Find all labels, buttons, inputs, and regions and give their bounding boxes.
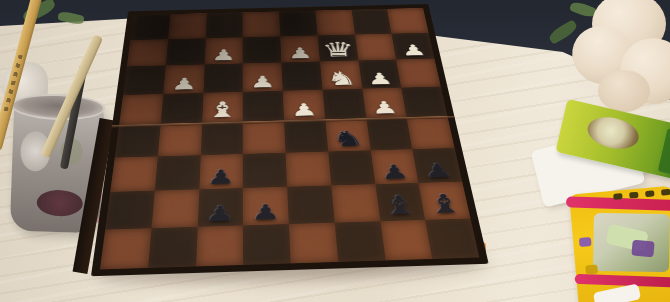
square-c7[interactable] xyxy=(331,184,380,222)
square-a7[interactable]: ♝ xyxy=(419,182,471,220)
square-d6[interactable] xyxy=(286,151,332,187)
square-h2[interactable] xyxy=(127,39,168,66)
piece-white-pawn-d2[interactable]: ♟ xyxy=(287,45,312,60)
square-e7[interactable]: ♟ xyxy=(243,187,289,225)
square-d8[interactable] xyxy=(289,222,338,263)
piece-black-pawn-b6[interactable]: ♟ xyxy=(380,162,411,182)
square-a3[interactable] xyxy=(396,59,440,88)
piece-white-bishop-f4[interactable]: ♝ xyxy=(206,99,238,121)
square-b5[interactable] xyxy=(366,117,413,150)
square-h4[interactable] xyxy=(119,94,163,125)
square-d3[interactable] xyxy=(281,61,322,90)
square-f6[interactable]: ♟ xyxy=(199,154,243,190)
piece-black-pawn-e7[interactable]: ♟ xyxy=(251,201,280,223)
square-d7[interactable] xyxy=(287,185,334,223)
cloth-fold xyxy=(598,70,650,112)
square-c2[interactable]: ♛ xyxy=(317,34,358,61)
square-b2[interactable] xyxy=(355,33,397,60)
square-b4[interactable]: ♟ xyxy=(362,87,407,118)
square-h1[interactable] xyxy=(130,14,170,40)
square-c4[interactable] xyxy=(322,88,366,119)
square-a5[interactable] xyxy=(407,116,455,149)
square-g8[interactable] xyxy=(148,226,197,268)
square-f1[interactable] xyxy=(205,12,242,38)
square-c1[interactable] xyxy=(315,10,354,36)
square-g4[interactable] xyxy=(161,93,204,124)
piece-black-bishop-b7[interactable]: ♝ xyxy=(381,192,420,219)
piece-black-pawn-f6[interactable]: ♟ xyxy=(207,167,235,187)
square-b8[interactable] xyxy=(380,219,432,260)
square-h7[interactable] xyxy=(105,191,154,230)
square-d5[interactable] xyxy=(284,119,328,152)
piece-white-queen-c2[interactable]: ♛ xyxy=(320,39,355,60)
piece-white-pawn-f2[interactable]: ♟ xyxy=(211,47,236,63)
square-a8[interactable] xyxy=(425,218,479,259)
basket-hole xyxy=(585,265,598,275)
square-b7[interactable]: ♝ xyxy=(375,183,425,221)
piece-black-knight-c5[interactable]: ♞ xyxy=(331,127,365,149)
square-c6[interactable] xyxy=(328,150,375,185)
square-g6[interactable] xyxy=(155,155,201,191)
box-artwork xyxy=(584,113,641,154)
square-d2[interactable]: ♟ xyxy=(280,35,320,62)
piece-white-pawn-g3[interactable]: ♟ xyxy=(171,75,197,92)
piece-white-knight-c3[interactable]: ♞ xyxy=(325,68,356,87)
square-f3[interactable] xyxy=(203,63,243,92)
square-e5[interactable] xyxy=(243,120,286,153)
chessboard-grid: ♟♟♛♟♟♟♞♟♝♟♟♞♟♟♟♟♟♝♝ xyxy=(100,8,479,270)
square-e1[interactable] xyxy=(243,11,280,37)
square-e6[interactable] xyxy=(243,152,287,188)
square-a2[interactable]: ♟ xyxy=(392,32,435,59)
piece-white-pawn-a2[interactable]: ♟ xyxy=(400,42,427,57)
square-c8[interactable] xyxy=(334,221,385,262)
square-h3[interactable] xyxy=(123,65,166,94)
box-stripe xyxy=(658,128,670,174)
photo-scene: ♟♟♛♟♟♟♞♟♝♟♟♞♟♟♟♟♟♝♝ xyxy=(0,0,670,302)
basket-hole xyxy=(579,237,592,247)
square-a6[interactable]: ♟ xyxy=(412,148,462,183)
basket-slot xyxy=(629,192,638,199)
piece-white-pawn-e3[interactable]: ♟ xyxy=(250,73,275,89)
square-e3[interactable]: ♟ xyxy=(243,62,283,91)
square-g2[interactable] xyxy=(166,38,206,65)
piece-black-pawn-a6[interactable]: ♟ xyxy=(422,161,453,181)
square-f4[interactable]: ♝ xyxy=(202,92,243,123)
square-b3[interactable]: ♟ xyxy=(358,60,401,89)
piece-white-pawn-b3[interactable]: ♟ xyxy=(367,70,394,86)
square-e2[interactable] xyxy=(243,36,282,63)
square-f5[interactable] xyxy=(200,122,243,155)
piece-white-pawn-b4[interactable]: ♟ xyxy=(371,99,399,116)
square-h6[interactable] xyxy=(110,156,157,192)
square-g5[interactable] xyxy=(158,123,202,156)
square-a4[interactable] xyxy=(401,86,447,117)
square-d1[interactable] xyxy=(279,11,317,37)
piece-black-bishop-a7[interactable]: ♝ xyxy=(425,191,465,217)
square-g3[interactable]: ♟ xyxy=(163,64,204,93)
square-e8[interactable] xyxy=(243,224,291,265)
square-h5[interactable] xyxy=(115,124,161,157)
piece-white-pawn-d4[interactable]: ♟ xyxy=(290,101,317,119)
square-a1[interactable] xyxy=(387,8,428,33)
square-d4[interactable]: ♟ xyxy=(283,89,325,120)
square-b6[interactable]: ♟ xyxy=(370,149,418,184)
square-c3[interactable]: ♞ xyxy=(320,60,362,89)
basket-slot xyxy=(645,190,654,197)
square-g1[interactable] xyxy=(168,13,207,39)
basket-item xyxy=(631,240,654,258)
crumpled-cloth xyxy=(578,0,670,118)
piece-black-pawn-f7[interactable]: ♟ xyxy=(206,202,235,224)
square-f7[interactable]: ♟ xyxy=(197,188,243,226)
square-b1[interactable] xyxy=(351,9,391,35)
paint-stain xyxy=(36,189,83,217)
square-g7[interactable] xyxy=(151,189,199,227)
basket-slot xyxy=(661,189,670,196)
square-c5[interactable]: ♞ xyxy=(325,118,370,151)
square-h8[interactable] xyxy=(100,228,151,270)
square-e4[interactable] xyxy=(243,90,284,121)
square-f2[interactable]: ♟ xyxy=(204,37,243,64)
yellow-toy-basket xyxy=(569,186,670,302)
square-f8[interactable] xyxy=(196,225,244,266)
basket-slot xyxy=(613,193,622,200)
chessboard: ♟♟♛♟♟♟♞♟♝♟♟♞♟♟♟♟♟♝♝ xyxy=(91,4,489,276)
